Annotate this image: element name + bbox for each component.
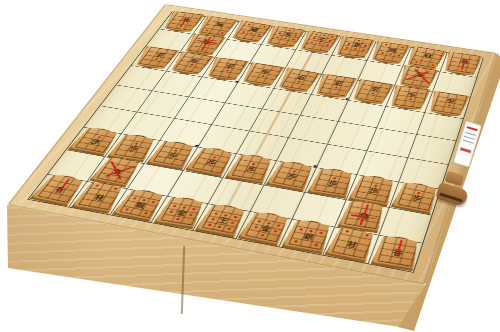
piece-kanji: 桂 [423,53,433,58]
piece-kanji: 歩 [128,146,140,152]
piece-kanji: 歩 [327,180,339,187]
piece-kanji: 銀 [387,47,397,52]
piece-kanji: 玉 [317,37,327,42]
piece-kanji: 歩 [445,98,455,104]
piece-kanji: 歩 [190,58,201,63]
piece-kanji: 歩 [154,52,165,57]
piece-kanji: 歩 [296,74,307,79]
piece-kanji: 銀 [134,202,147,209]
piece-kanji: 歩 [206,159,218,166]
piece-kanji: 王 [217,217,230,224]
piece-kanji: 桂 [93,194,106,201]
shogi-set-photo: 香桂銀金玉金銀桂香飛角歩歩歩歩歩歩歩歩歩歩歩歩歩歩歩歩歩歩角飛香桂銀金王金銀桂香 [0,0,500,332]
piece-kanji: 桂 [215,22,225,27]
piece-kanji: 歩 [166,152,178,158]
piece-kanji: 歩 [286,173,298,180]
piece-kanji: 金 [259,225,272,233]
piece-kanji: 歩 [333,80,344,85]
piece-kanji: 金 [175,210,188,217]
piece-kanji: 歩 [260,69,271,74]
piece-kanji: 歩 [225,63,236,68]
piece-kanji: 銀 [303,233,316,241]
piece-kanji: 金 [283,32,293,37]
piece-kanji: 歩 [411,195,423,202]
piece-kanji: 歩 [89,139,102,145]
piece-kanji: 金 [352,42,362,47]
piece-kanji: 歩 [407,92,417,97]
piece-kanji: 歩 [245,166,257,173]
piece-kanji: 歩 [368,187,380,194]
piece-kanji: 銀 [249,27,259,32]
piece-kanji: 歩 [370,86,381,92]
piece-kanji: 桂 [346,241,359,249]
